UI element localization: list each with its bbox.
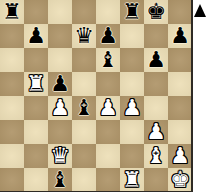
square-h3[interactable] (168, 120, 192, 144)
square-b6[interactable] (24, 48, 48, 72)
square-e4[interactable]: ♟ (96, 96, 120, 120)
square-g7[interactable] (144, 24, 168, 48)
square-d7[interactable]: ♛ (72, 24, 96, 48)
square-a7[interactable] (0, 24, 24, 48)
square-a2[interactable] (0, 144, 24, 168)
square-e2[interactable] (96, 144, 120, 168)
square-g2[interactable]: ♝ (144, 144, 168, 168)
piece-white-pawn: ♟ (146, 121, 166, 143)
square-d3[interactable] (72, 120, 96, 144)
chess-diagram-window: ♜♜♚♟♛♟♟♝♟♜♟♟♝♟♟♟♛♝♟♝♜♚ (0, 0, 207, 192)
piece-white-bishop: ♝ (146, 145, 166, 167)
square-c1[interactable]: ♝ (48, 168, 72, 192)
square-e6[interactable]: ♝ (96, 48, 120, 72)
square-a8[interactable]: ♜ (0, 0, 24, 24)
square-e5[interactable] (96, 72, 120, 96)
piece-black-bishop: ♝ (50, 169, 70, 191)
square-f3[interactable] (120, 120, 144, 144)
piece-black-bishop: ♝ (98, 49, 118, 71)
piece-black-bishop: ♝ (74, 97, 94, 119)
piece-black-king: ♚ (146, 1, 166, 23)
square-d2[interactable] (72, 144, 96, 168)
square-a1[interactable] (0, 168, 24, 192)
square-b2[interactable] (24, 144, 48, 168)
piece-black-pawn: ♟ (50, 73, 70, 95)
piece-white-rook: ♜ (122, 169, 142, 191)
piece-white-queen: ♛ (50, 145, 70, 167)
piece-black-queen: ♛ (74, 25, 94, 47)
square-e3[interactable] (96, 120, 120, 144)
square-c7[interactable] (48, 24, 72, 48)
square-g1[interactable] (144, 168, 168, 192)
square-h2[interactable]: ♟ (168, 144, 192, 168)
square-c2[interactable]: ♛ (48, 144, 72, 168)
square-f4[interactable]: ♟ (120, 96, 144, 120)
piece-black-pawn: ♟ (26, 25, 46, 47)
square-c3[interactable] (48, 120, 72, 144)
piece-black-pawn: ♟ (146, 49, 166, 71)
square-f2[interactable] (120, 144, 144, 168)
piece-white-pawn: ♟ (170, 145, 190, 167)
piece-black-rook: ♜ (2, 1, 22, 23)
side-to-move-panel (192, 0, 207, 192)
square-h7[interactable]: ♟ (168, 24, 192, 48)
square-b5[interactable]: ♜ (24, 72, 48, 96)
square-d1[interactable] (72, 168, 96, 192)
square-g6[interactable]: ♟ (144, 48, 168, 72)
square-a3[interactable] (0, 120, 24, 144)
square-f5[interactable] (120, 72, 144, 96)
square-b8[interactable] (24, 0, 48, 24)
square-e1[interactable] (96, 168, 120, 192)
piece-white-king: ♚ (170, 169, 190, 191)
square-h8[interactable] (168, 0, 192, 24)
square-a5[interactable] (0, 72, 24, 96)
piece-black-pawn: ♟ (98, 25, 118, 47)
square-h4[interactable] (168, 96, 192, 120)
square-g3[interactable]: ♟ (144, 120, 168, 144)
square-d6[interactable] (72, 48, 96, 72)
square-f1[interactable]: ♜ (120, 168, 144, 192)
square-g5[interactable] (144, 72, 168, 96)
piece-white-rook: ♜ (26, 73, 46, 95)
piece-black-pawn: ♟ (170, 25, 190, 47)
square-h1[interactable]: ♚ (168, 168, 192, 192)
square-b4[interactable] (24, 96, 48, 120)
square-b7[interactable]: ♟ (24, 24, 48, 48)
square-f8[interactable]: ♜ (120, 0, 144, 24)
square-b3[interactable] (24, 120, 48, 144)
square-c5[interactable]: ♟ (48, 72, 72, 96)
square-f6[interactable] (120, 48, 144, 72)
piece-white-pawn: ♟ (98, 97, 118, 119)
square-h6[interactable] (168, 48, 192, 72)
square-e8[interactable] (96, 0, 120, 24)
piece-white-pawn: ♟ (50, 97, 70, 119)
square-d4[interactable]: ♝ (72, 96, 96, 120)
square-c6[interactable] (48, 48, 72, 72)
square-e7[interactable]: ♟ (96, 24, 120, 48)
square-b1[interactable] (24, 168, 48, 192)
square-g4[interactable] (144, 96, 168, 120)
square-a6[interactable] (0, 48, 24, 72)
square-c8[interactable] (48, 0, 72, 24)
square-f7[interactable] (120, 24, 144, 48)
piece-black-rook: ♜ (122, 1, 142, 23)
square-d5[interactable] (72, 72, 96, 96)
chess-board: ♜♜♚♟♛♟♟♝♟♜♟♟♝♟♟♟♛♝♟♝♜♚ (0, 0, 192, 192)
black-to-move-triangle-icon (194, 4, 206, 17)
square-d8[interactable] (72, 0, 96, 24)
square-c4[interactable]: ♟ (48, 96, 72, 120)
piece-white-pawn: ♟ (122, 97, 142, 119)
square-g8[interactable]: ♚ (144, 0, 168, 24)
square-a4[interactable] (0, 96, 24, 120)
square-h5[interactable] (168, 72, 192, 96)
